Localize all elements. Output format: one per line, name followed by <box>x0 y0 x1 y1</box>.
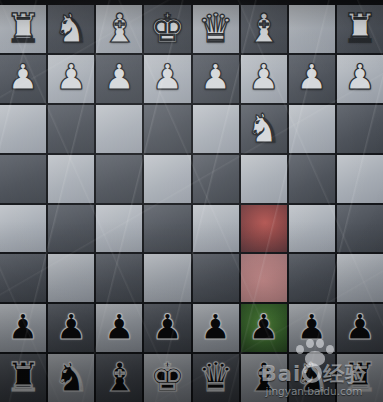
square-a6[interactable] <box>337 254 383 302</box>
piece-black-knight[interactable]: ♞ <box>294 357 330 397</box>
square-g5[interactable] <box>48 205 94 253</box>
square-c5[interactable] <box>241 205 287 253</box>
square-a7[interactable]: ♟ <box>337 304 383 352</box>
piece-black-bishop[interactable]: ♝ <box>246 357 282 397</box>
square-a1[interactable]: ♜ <box>337 5 383 53</box>
square-g6[interactable] <box>48 254 94 302</box>
piece-white-pawn[interactable]: ♟ <box>152 60 183 95</box>
square-b6[interactable] <box>289 254 335 302</box>
square-g1[interactable]: ♞ <box>48 5 94 53</box>
square-b1[interactable] <box>289 5 335 53</box>
square-h5[interactable] <box>0 205 46 253</box>
piece-white-pawn[interactable]: ♟ <box>344 60 375 95</box>
piece-black-pawn[interactable]: ♟ <box>200 310 231 345</box>
square-a8[interactable]: ♜ <box>337 354 383 402</box>
piece-white-pawn[interactable]: ♟ <box>200 60 231 95</box>
square-f1[interactable]: ♝ <box>96 5 142 53</box>
square-b2[interactable]: ♟ <box>289 55 335 103</box>
square-c8[interactable]: ♝ <box>241 354 287 402</box>
piece-black-pawn[interactable]: ♟ <box>104 310 135 345</box>
piece-white-rook[interactable]: ♜ <box>342 8 378 48</box>
square-b5[interactable] <box>289 205 335 253</box>
square-g2[interactable]: ♟ <box>48 55 94 103</box>
square-d6[interactable] <box>193 254 239 302</box>
square-d5[interactable] <box>193 205 239 253</box>
piece-black-queen[interactable]: ♛ <box>198 357 234 397</box>
square-a4[interactable] <box>337 155 383 203</box>
square-c1[interactable]: ♝ <box>241 5 287 53</box>
square-h7[interactable]: ♟ <box>0 304 46 352</box>
square-e2[interactable]: ♟ <box>144 55 190 103</box>
square-c2[interactable]: ♟ <box>241 55 287 103</box>
piece-white-pawn[interactable]: ♟ <box>248 60 279 95</box>
square-f4[interactable] <box>96 155 142 203</box>
square-e5[interactable] <box>144 205 190 253</box>
app-window: ♜♞♝♚♛♝♜♟♟♟♟♟♟♟♟♞♟♟♟♟♟♟♟♟♜♞♝♚♛♝♞♜ Bai经验 j… <box>0 0 383 402</box>
square-h2[interactable]: ♟ <box>0 55 46 103</box>
square-d1[interactable]: ♛ <box>193 5 239 53</box>
piece-black-king[interactable]: ♚ <box>150 357 186 397</box>
piece-black-rook[interactable]: ♜ <box>5 357 41 397</box>
square-f8[interactable]: ♝ <box>96 354 142 402</box>
chess-board: ♜♞♝♚♛♝♜♟♟♟♟♟♟♟♟♞♟♟♟♟♟♟♟♟♜♞♝♚♛♝♞♜ <box>0 5 383 402</box>
piece-black-pawn[interactable]: ♟ <box>152 310 183 345</box>
square-b3[interactable] <box>289 105 335 153</box>
piece-white-knight[interactable]: ♞ <box>53 8 89 48</box>
square-e7[interactable]: ♟ <box>144 304 190 352</box>
piece-white-pawn[interactable]: ♟ <box>55 60 86 95</box>
square-b4[interactable] <box>289 155 335 203</box>
square-g3[interactable] <box>48 105 94 153</box>
square-f6[interactable] <box>96 254 142 302</box>
square-f3[interactable] <box>96 105 142 153</box>
square-c4[interactable] <box>241 155 287 203</box>
piece-white-pawn[interactable]: ♟ <box>104 60 135 95</box>
piece-black-knight[interactable]: ♞ <box>53 357 89 397</box>
piece-white-rook[interactable]: ♜ <box>5 8 41 48</box>
square-c3[interactable]: ♞ <box>241 105 287 153</box>
square-h8[interactable]: ♜ <box>0 354 46 402</box>
piece-white-knight[interactable]: ♞ <box>246 108 282 148</box>
square-h1[interactable]: ♜ <box>0 5 46 53</box>
square-a2[interactable]: ♟ <box>337 55 383 103</box>
piece-white-king[interactable]: ♚ <box>150 8 186 48</box>
square-a3[interactable] <box>337 105 383 153</box>
square-c7[interactable]: ♟ <box>241 304 287 352</box>
square-f5[interactable] <box>96 205 142 253</box>
square-d7[interactable]: ♟ <box>193 304 239 352</box>
piece-black-pawn[interactable]: ♟ <box>296 310 327 345</box>
square-h3[interactable] <box>0 105 46 153</box>
square-d8[interactable]: ♛ <box>193 354 239 402</box>
square-f2[interactable]: ♟ <box>96 55 142 103</box>
square-e1[interactable]: ♚ <box>144 5 190 53</box>
square-b8[interactable]: ♞ <box>289 354 335 402</box>
square-a5[interactable] <box>337 205 383 253</box>
square-g8[interactable]: ♞ <box>48 354 94 402</box>
square-d3[interactable] <box>193 105 239 153</box>
piece-white-pawn[interactable]: ♟ <box>7 60 38 95</box>
piece-white-bishop[interactable]: ♝ <box>101 8 137 48</box>
piece-black-rook[interactable]: ♜ <box>342 357 378 397</box>
piece-white-pawn[interactable]: ♟ <box>296 60 327 95</box>
piece-black-pawn[interactable]: ♟ <box>248 310 279 345</box>
piece-black-pawn[interactable]: ♟ <box>344 310 375 345</box>
square-d4[interactable] <box>193 155 239 203</box>
piece-black-pawn[interactable]: ♟ <box>7 310 38 345</box>
piece-black-pawn[interactable]: ♟ <box>55 310 86 345</box>
square-h4[interactable] <box>0 155 46 203</box>
square-e4[interactable] <box>144 155 190 203</box>
square-e8[interactable]: ♚ <box>144 354 190 402</box>
square-h6[interactable] <box>0 254 46 302</box>
square-e3[interactable] <box>144 105 190 153</box>
piece-black-bishop[interactable]: ♝ <box>101 357 137 397</box>
square-c6[interactable] <box>241 254 287 302</box>
piece-white-bishop[interactable]: ♝ <box>246 8 282 48</box>
square-e6[interactable] <box>144 254 190 302</box>
square-g7[interactable]: ♟ <box>48 304 94 352</box>
piece-white-queen[interactable]: ♛ <box>198 8 234 48</box>
square-g4[interactable] <box>48 155 94 203</box>
square-f7[interactable]: ♟ <box>96 304 142 352</box>
square-b7[interactable]: ♟ <box>289 304 335 352</box>
square-d2[interactable]: ♟ <box>193 55 239 103</box>
